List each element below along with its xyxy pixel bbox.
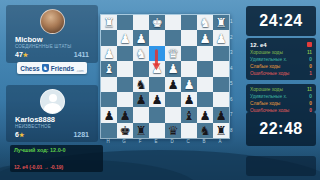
mistake-icon xyxy=(307,42,312,47)
square-c8[interactable] xyxy=(181,123,197,138)
square-d2[interactable] xyxy=(165,30,181,45)
clock-top: 24:24 xyxy=(246,6,316,36)
square-h5[interactable] xyxy=(101,77,117,92)
player-rating-bottom: 1281 xyxy=(73,131,89,138)
square-f8[interactable]: ♜ xyxy=(133,123,149,138)
square-c1[interactable] xyxy=(181,15,197,30)
square-a3[interactable] xyxy=(213,46,229,61)
square-d1[interactable] xyxy=(165,15,181,30)
piece-wP-e4[interactable]: ♟ xyxy=(151,61,162,76)
square-a4[interactable] xyxy=(213,61,229,76)
square-b5[interactable] xyxy=(197,77,213,92)
square-e1[interactable]: ♚ xyxy=(149,15,165,30)
square-h4[interactable]: ♝ xyxy=(101,61,117,76)
square-f2[interactable]: ♟ xyxy=(133,30,149,45)
player-card-bottom: Karlos8888 Неизвестное 6★ 1281 xyxy=(6,85,98,142)
square-a5[interactable] xyxy=(213,77,229,92)
piece-bP-g7[interactable]: ♟ xyxy=(119,108,130,123)
piece-wP-a2[interactable]: ♟ xyxy=(215,31,226,46)
square-e7[interactable] xyxy=(149,107,165,122)
stat-row: Слабые ходы0 xyxy=(250,63,312,70)
square-f4[interactable] xyxy=(133,61,149,76)
square-h7[interactable]: ♟ xyxy=(101,107,117,122)
player-card-top: Micbow Соединенные Штаты 47★ 1411 xyxy=(6,5,98,63)
logo-suffix: .com xyxy=(76,69,84,73)
piece-wP-b2[interactable]: ♟ xyxy=(199,31,210,46)
move-header: 12. e4 xyxy=(250,42,267,48)
square-a6[interactable] xyxy=(213,92,229,107)
piece-bP-e6[interactable]: ♟ xyxy=(151,92,162,107)
logo-text-1: Chess xyxy=(20,65,40,72)
square-f5[interactable]: ♞ xyxy=(133,77,149,92)
square-g1[interactable] xyxy=(117,15,133,30)
piece-bK-g8[interactable]: ♚ xyxy=(119,123,130,138)
square-h2[interactable] xyxy=(101,30,117,45)
logo-text-2: Friends xyxy=(51,65,74,72)
square-b4[interactable] xyxy=(197,61,213,76)
square-a8[interactable]: ♜ xyxy=(213,123,229,138)
piece-wP-g2[interactable]: ♟ xyxy=(119,31,130,46)
chess-board-area: ♜♚♞♜♟♟♟♟♟♞♛♝♟♟♞♟♟♟♟♟♟♟♝♟♟♚♜♛♞♜ 12345678 … xyxy=(100,14,230,139)
square-b3[interactable] xyxy=(197,46,213,61)
piece-bP-f6[interactable]: ♟ xyxy=(135,92,146,107)
square-c4[interactable] xyxy=(181,61,197,76)
piece-bR-f8[interactable]: ♜ xyxy=(135,123,146,138)
clock-bottom: 22:48 xyxy=(246,112,316,146)
piece-wB-h4[interactable]: ♝ xyxy=(103,61,114,76)
square-b1[interactable]: ♞ xyxy=(197,15,213,30)
square-b2[interactable]: ♟ xyxy=(197,30,213,45)
piece-bQ-d8[interactable]: ♛ xyxy=(167,123,178,138)
square-h6[interactable] xyxy=(101,92,117,107)
file-labels: hgfedcba xyxy=(100,139,229,144)
best-move-text: Лучший ход: 12.0-0 xyxy=(14,147,99,153)
square-e3[interactable] xyxy=(149,46,165,61)
stat-row: Ошибочные ходы1 xyxy=(250,70,312,77)
piece-bN-b8[interactable]: ♞ xyxy=(199,123,210,138)
square-e5[interactable] xyxy=(149,77,165,92)
square-g7[interactable]: ♟ xyxy=(117,107,133,122)
piece-wP-c5[interactable]: ♟ xyxy=(183,77,194,92)
square-a7[interactable]: ♟ xyxy=(213,107,229,122)
square-c6[interactable]: ♟ xyxy=(181,92,197,107)
square-f3[interactable]: ♞ xyxy=(133,46,149,61)
piece-wP-h3[interactable]: ♟ xyxy=(103,46,114,61)
square-d3[interactable]: ♛ xyxy=(165,46,181,61)
star-icon: ★ xyxy=(23,52,28,58)
piece-wN-f3[interactable]: ♞ xyxy=(135,46,146,61)
stat-row: Удивительные х.0 xyxy=(250,93,312,100)
player-name-top: Micbow xyxy=(6,35,98,44)
piece-bB-c7[interactable]: ♝ xyxy=(183,108,194,123)
move-stats-top: 12. e4 Хорошие ходы11Удивительные х.0Сла… xyxy=(246,38,316,80)
square-c7[interactable]: ♝ xyxy=(181,107,197,122)
square-e2[interactable] xyxy=(149,30,165,45)
square-f7[interactable] xyxy=(133,107,149,122)
chess-board[interactable]: ♜♚♞♜♟♟♟♟♟♞♛♝♟♟♞♟♟♟♟♟♟♟♝♟♟♚♜♛♞♜ xyxy=(100,14,230,139)
piece-bR-a8[interactable]: ♜ xyxy=(215,123,226,138)
piece-bP-h7[interactable]: ♟ xyxy=(103,108,114,123)
square-c3[interactable] xyxy=(181,46,197,61)
stat-row: Удивительные х.0 xyxy=(250,56,312,63)
piece-bP-d5[interactable]: ♟ xyxy=(167,77,178,92)
square-a1[interactable]: ♜ xyxy=(213,15,229,30)
square-c2[interactable] xyxy=(181,30,197,45)
game-screen: Micbow Соединенные Штаты 47★ 1411 Chess … xyxy=(0,0,320,180)
square-d5[interactable]: ♟ xyxy=(165,77,181,92)
square-h3[interactable]: ♟ xyxy=(101,46,117,61)
square-d4[interactable]: ♟ xyxy=(165,61,181,76)
rank-labels: 12345678 xyxy=(230,14,236,138)
square-b7[interactable]: ♟ xyxy=(197,107,213,122)
square-b8[interactable]: ♞ xyxy=(197,123,213,138)
square-h1[interactable]: ♜ xyxy=(101,15,117,30)
square-g8[interactable]: ♚ xyxy=(117,123,133,138)
square-h8[interactable] xyxy=(101,123,117,138)
piece-bP-a7[interactable]: ♟ xyxy=(215,108,226,123)
square-b6[interactable] xyxy=(197,92,213,107)
stat-row: Хорошие ходы11 xyxy=(250,86,312,93)
square-c5[interactable]: ♟ xyxy=(181,77,197,92)
best-move-panel: Лучший ход: 12.0-0 12. e4 (-0.01 → -0.19… xyxy=(10,145,103,172)
star-icon: ★ xyxy=(19,132,24,138)
knight-shield-icon: ♞ xyxy=(42,64,49,72)
piece-wP-f2[interactable]: ♟ xyxy=(135,31,146,46)
move-stats-bottom: Хорошие ходы11Удивительные х.0Слабые ход… xyxy=(246,84,316,112)
player-name-bottom: Karlos8888 xyxy=(6,115,98,124)
square-d7[interactable] xyxy=(165,107,181,122)
square-e4[interactable]: ♟ xyxy=(149,61,165,76)
piece-bP-c6[interactable]: ♟ xyxy=(183,92,194,107)
square-g3[interactable] xyxy=(117,46,133,61)
played-move-eval: 12. e4 (-0.01 → -0.19) xyxy=(14,164,99,170)
square-g6[interactable] xyxy=(117,92,133,107)
square-g4[interactable] xyxy=(117,61,133,76)
player-rating-top: 1411 xyxy=(74,51,89,58)
square-a2[interactable]: ♟ xyxy=(213,30,229,45)
player-stars-top: 47★ xyxy=(15,51,28,58)
player-stars-bottom: 6★ xyxy=(15,131,24,138)
square-e6[interactable]: ♟ xyxy=(149,92,165,107)
piece-wP-d4[interactable]: ♟ xyxy=(167,61,178,76)
square-d6[interactable] xyxy=(165,92,181,107)
avatar-bottom xyxy=(40,89,65,114)
square-g5[interactable] xyxy=(117,77,133,92)
square-e8[interactable] xyxy=(149,123,165,138)
piece-wN-b1[interactable]: ♞ xyxy=(199,15,210,30)
piece-bN-f5[interactable]: ♞ xyxy=(135,77,146,92)
person-icon xyxy=(49,94,57,102)
square-f1[interactable] xyxy=(133,15,149,30)
square-d8[interactable]: ♛ xyxy=(165,123,181,138)
chessfriends-logo: Chess ♞ Friends .com xyxy=(17,62,87,74)
square-g2[interactable]: ♟ xyxy=(117,30,133,45)
stat-row: Хорошие ходы11 xyxy=(250,49,312,56)
stat-row: Слабые ходы0 xyxy=(250,100,312,107)
piece-wR-h1[interactable]: ♜ xyxy=(103,15,114,30)
bottom-right-panel xyxy=(246,156,316,176)
piece-wK-e1[interactable]: ♚ xyxy=(151,15,162,30)
piece-wR-a1[interactable]: ♜ xyxy=(215,15,226,30)
piece-wQ-d3[interactable]: ♛ xyxy=(167,46,178,61)
square-f6[interactable]: ♟ xyxy=(133,92,149,107)
avatar-top xyxy=(40,9,65,34)
piece-bP-b7[interactable]: ♟ xyxy=(199,108,210,123)
